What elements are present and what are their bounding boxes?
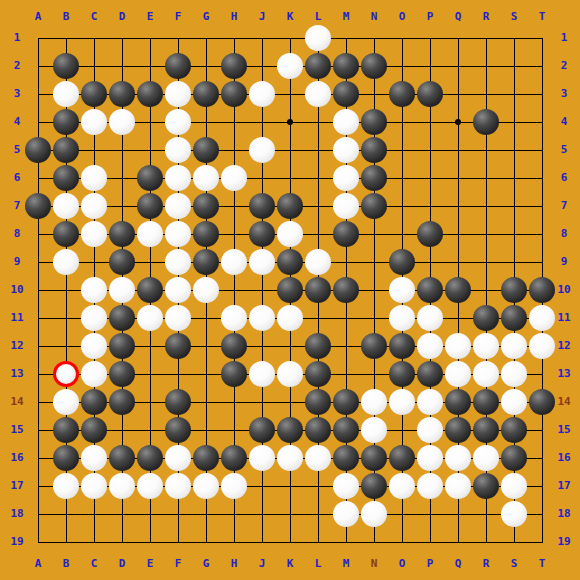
intersection-R11[interactable] (472, 304, 500, 332)
intersection-Q15[interactable] (444, 416, 472, 444)
intersection-K8[interactable] (276, 220, 304, 248)
intersection-P14[interactable] (416, 388, 444, 416)
intersection-H14[interactable] (220, 388, 248, 416)
intersection-S13[interactable] (500, 360, 528, 388)
intersection-R19[interactable] (472, 528, 500, 556)
intersection-C11[interactable] (80, 304, 108, 332)
intersection-G14[interactable] (192, 388, 220, 416)
intersection-K2[interactable] (276, 52, 304, 80)
intersection-R7[interactable] (472, 192, 500, 220)
intersection-C2[interactable] (80, 52, 108, 80)
intersection-T4[interactable] (528, 108, 556, 136)
intersection-J9[interactable] (248, 248, 276, 276)
intersection-S5[interactable] (500, 136, 528, 164)
intersection-A1[interactable] (24, 24, 52, 52)
intersection-F4[interactable] (164, 108, 192, 136)
intersection-D9[interactable] (108, 248, 136, 276)
intersection-P4[interactable] (416, 108, 444, 136)
intersection-Q9[interactable] (444, 248, 472, 276)
intersection-F6[interactable] (164, 164, 192, 192)
intersection-P6[interactable] (416, 164, 444, 192)
intersection-M19[interactable] (332, 528, 360, 556)
intersection-P13[interactable] (416, 360, 444, 388)
intersection-P1[interactable] (416, 24, 444, 52)
intersection-Q6[interactable] (444, 164, 472, 192)
intersection-Q19[interactable] (444, 528, 472, 556)
intersection-S14[interactable] (500, 388, 528, 416)
intersection-E5[interactable] (136, 136, 164, 164)
intersection-G3[interactable] (192, 80, 220, 108)
intersection-H19[interactable] (220, 528, 248, 556)
intersection-E4[interactable] (136, 108, 164, 136)
intersection-F10[interactable] (164, 276, 192, 304)
intersection-D4[interactable] (108, 108, 136, 136)
intersection-R15[interactable] (472, 416, 500, 444)
intersection-O13[interactable] (388, 360, 416, 388)
intersection-G5[interactable] (192, 136, 220, 164)
intersection-K3[interactable] (276, 80, 304, 108)
intersection-M1[interactable] (332, 24, 360, 52)
intersection-S7[interactable] (500, 192, 528, 220)
intersection-G4[interactable] (192, 108, 220, 136)
intersection-A16[interactable] (24, 444, 52, 472)
intersection-J11[interactable] (248, 304, 276, 332)
intersection-N10[interactable] (360, 276, 388, 304)
intersection-L2[interactable] (304, 52, 332, 80)
intersection-C19[interactable] (80, 528, 108, 556)
intersection-P16[interactable] (416, 444, 444, 472)
intersection-S9[interactable] (500, 248, 528, 276)
intersection-D14[interactable] (108, 388, 136, 416)
intersection-A6[interactable] (24, 164, 52, 192)
intersection-C10[interactable] (80, 276, 108, 304)
intersection-O9[interactable] (388, 248, 416, 276)
intersection-A13[interactable] (24, 360, 52, 388)
intersection-F1[interactable] (164, 24, 192, 52)
intersection-M6[interactable] (332, 164, 360, 192)
intersection-R14[interactable] (472, 388, 500, 416)
intersection-J18[interactable] (248, 500, 276, 528)
intersection-H16[interactable] (220, 444, 248, 472)
intersection-J16[interactable] (248, 444, 276, 472)
intersection-F16[interactable] (164, 444, 192, 472)
intersection-T8[interactable] (528, 220, 556, 248)
intersection-G1[interactable] (192, 24, 220, 52)
intersection-J14[interactable] (248, 388, 276, 416)
intersection-L8[interactable] (304, 220, 332, 248)
intersection-O12[interactable] (388, 332, 416, 360)
intersection-D17[interactable] (108, 472, 136, 500)
intersection-M3[interactable] (332, 80, 360, 108)
intersection-P2[interactable] (416, 52, 444, 80)
intersection-C9[interactable] (80, 248, 108, 276)
intersection-B11[interactable] (52, 304, 80, 332)
intersection-O5[interactable] (388, 136, 416, 164)
intersection-O11[interactable] (388, 304, 416, 332)
intersection-G13[interactable] (192, 360, 220, 388)
intersection-K12[interactable] (276, 332, 304, 360)
intersection-S3[interactable] (500, 80, 528, 108)
intersection-S6[interactable] (500, 164, 528, 192)
intersection-N14[interactable] (360, 388, 388, 416)
intersection-O14[interactable] (388, 388, 416, 416)
intersection-S11[interactable] (500, 304, 528, 332)
intersection-O3[interactable] (388, 80, 416, 108)
intersection-T17[interactable] (528, 472, 556, 500)
intersection-L3[interactable] (304, 80, 332, 108)
intersection-B19[interactable] (52, 528, 80, 556)
intersection-M16[interactable] (332, 444, 360, 472)
intersection-R12[interactable] (472, 332, 500, 360)
intersection-L6[interactable] (304, 164, 332, 192)
intersection-L16[interactable] (304, 444, 332, 472)
intersection-S1[interactable] (500, 24, 528, 52)
intersection-H4[interactable] (220, 108, 248, 136)
intersection-L5[interactable] (304, 136, 332, 164)
intersection-S17[interactable] (500, 472, 528, 500)
intersection-L11[interactable] (304, 304, 332, 332)
intersection-E9[interactable] (136, 248, 164, 276)
intersection-H3[interactable] (220, 80, 248, 108)
intersection-D19[interactable] (108, 528, 136, 556)
intersection-K6[interactable] (276, 164, 304, 192)
intersection-E16[interactable] (136, 444, 164, 472)
intersection-H9[interactable] (220, 248, 248, 276)
intersection-G9[interactable] (192, 248, 220, 276)
intersection-D11[interactable] (108, 304, 136, 332)
intersection-E7[interactable] (136, 192, 164, 220)
intersection-F7[interactable] (164, 192, 192, 220)
intersection-Q1[interactable] (444, 24, 472, 52)
intersection-P15[interactable] (416, 416, 444, 444)
intersection-N19[interactable] (360, 528, 388, 556)
intersection-R1[interactable] (472, 24, 500, 52)
intersection-R3[interactable] (472, 80, 500, 108)
intersection-H15[interactable] (220, 416, 248, 444)
intersection-T14[interactable] (528, 388, 556, 416)
intersection-D18[interactable] (108, 500, 136, 528)
intersection-T19[interactable] (528, 528, 556, 556)
intersection-D7[interactable] (108, 192, 136, 220)
intersection-K17[interactable] (276, 472, 304, 500)
intersection-T6[interactable] (528, 164, 556, 192)
intersection-E8[interactable] (136, 220, 164, 248)
intersection-K14[interactable] (276, 388, 304, 416)
intersection-D15[interactable] (108, 416, 136, 444)
intersection-H8[interactable] (220, 220, 248, 248)
intersection-M15[interactable] (332, 416, 360, 444)
intersection-B15[interactable] (52, 416, 80, 444)
intersection-O16[interactable] (388, 444, 416, 472)
intersection-R18[interactable] (472, 500, 500, 528)
intersection-E2[interactable] (136, 52, 164, 80)
intersection-P3[interactable] (416, 80, 444, 108)
intersection-E15[interactable] (136, 416, 164, 444)
intersection-F13[interactable] (164, 360, 192, 388)
intersection-M13[interactable] (332, 360, 360, 388)
intersection-K11[interactable] (276, 304, 304, 332)
intersection-N11[interactable] (360, 304, 388, 332)
intersection-L17[interactable] (304, 472, 332, 500)
intersection-P11[interactable] (416, 304, 444, 332)
intersection-B1[interactable] (52, 24, 80, 52)
intersection-N16[interactable] (360, 444, 388, 472)
intersection-P12[interactable] (416, 332, 444, 360)
intersection-C3[interactable] (80, 80, 108, 108)
intersection-D12[interactable] (108, 332, 136, 360)
intersection-Q8[interactable] (444, 220, 472, 248)
intersection-C1[interactable] (80, 24, 108, 52)
intersection-J8[interactable] (248, 220, 276, 248)
intersection-F8[interactable] (164, 220, 192, 248)
intersection-H2[interactable] (220, 52, 248, 80)
intersection-H1[interactable] (220, 24, 248, 52)
intersection-G18[interactable] (192, 500, 220, 528)
intersection-M11[interactable] (332, 304, 360, 332)
intersection-M18[interactable] (332, 500, 360, 528)
intersection-H6[interactable] (220, 164, 248, 192)
intersection-H10[interactable] (220, 276, 248, 304)
intersection-P9[interactable] (416, 248, 444, 276)
intersection-K19[interactable] (276, 528, 304, 556)
intersection-A12[interactable] (24, 332, 52, 360)
intersection-M9[interactable] (332, 248, 360, 276)
intersection-G16[interactable] (192, 444, 220, 472)
intersection-G11[interactable] (192, 304, 220, 332)
intersection-J7[interactable] (248, 192, 276, 220)
intersection-R16[interactable] (472, 444, 500, 472)
intersection-J17[interactable] (248, 472, 276, 500)
intersection-H5[interactable] (220, 136, 248, 164)
intersection-O1[interactable] (388, 24, 416, 52)
intersection-L13[interactable] (304, 360, 332, 388)
intersection-O17[interactable] (388, 472, 416, 500)
intersection-G19[interactable] (192, 528, 220, 556)
intersection-P18[interactable] (416, 500, 444, 528)
intersection-A7[interactable] (24, 192, 52, 220)
intersection-K9[interactable] (276, 248, 304, 276)
intersection-C5[interactable] (80, 136, 108, 164)
intersection-P8[interactable] (416, 220, 444, 248)
intersection-F11[interactable] (164, 304, 192, 332)
intersection-O8[interactable] (388, 220, 416, 248)
intersection-D5[interactable] (108, 136, 136, 164)
intersection-B12[interactable] (52, 332, 80, 360)
intersection-J5[interactable] (248, 136, 276, 164)
intersection-B2[interactable] (52, 52, 80, 80)
intersection-R4[interactable] (472, 108, 500, 136)
intersection-N4[interactable] (360, 108, 388, 136)
intersection-N3[interactable] (360, 80, 388, 108)
intersection-M2[interactable] (332, 52, 360, 80)
intersection-S2[interactable] (500, 52, 528, 80)
intersection-T18[interactable] (528, 500, 556, 528)
intersection-Q17[interactable] (444, 472, 472, 500)
intersection-C13[interactable] (80, 360, 108, 388)
intersection-F9[interactable] (164, 248, 192, 276)
intersection-P17[interactable] (416, 472, 444, 500)
intersection-E3[interactable] (136, 80, 164, 108)
intersection-A11[interactable] (24, 304, 52, 332)
intersection-T16[interactable] (528, 444, 556, 472)
intersection-J12[interactable] (248, 332, 276, 360)
intersection-A14[interactable] (24, 388, 52, 416)
intersection-R8[interactable] (472, 220, 500, 248)
intersection-H17[interactable] (220, 472, 248, 500)
intersection-S16[interactable] (500, 444, 528, 472)
intersection-F17[interactable] (164, 472, 192, 500)
intersection-L12[interactable] (304, 332, 332, 360)
intersection-N6[interactable] (360, 164, 388, 192)
intersection-Q11[interactable] (444, 304, 472, 332)
intersection-A10[interactable] (24, 276, 52, 304)
intersection-M7[interactable] (332, 192, 360, 220)
intersection-G7[interactable] (192, 192, 220, 220)
intersection-J4[interactable] (248, 108, 276, 136)
intersection-K16[interactable] (276, 444, 304, 472)
intersection-P10[interactable] (416, 276, 444, 304)
intersection-J13[interactable] (248, 360, 276, 388)
intersection-L18[interactable] (304, 500, 332, 528)
intersection-B7[interactable] (52, 192, 80, 220)
intersection-R2[interactable] (472, 52, 500, 80)
intersection-L1[interactable] (304, 24, 332, 52)
intersection-T7[interactable] (528, 192, 556, 220)
intersection-K4[interactable] (276, 108, 304, 136)
intersection-H11[interactable] (220, 304, 248, 332)
intersection-T15[interactable] (528, 416, 556, 444)
intersection-F12[interactable] (164, 332, 192, 360)
intersection-B18[interactable] (52, 500, 80, 528)
intersection-C14[interactable] (80, 388, 108, 416)
intersection-D1[interactable] (108, 24, 136, 52)
intersection-L7[interactable] (304, 192, 332, 220)
intersection-S4[interactable] (500, 108, 528, 136)
intersection-E13[interactable] (136, 360, 164, 388)
intersection-K15[interactable] (276, 416, 304, 444)
intersection-B9[interactable] (52, 248, 80, 276)
intersection-S8[interactable] (500, 220, 528, 248)
intersection-M5[interactable] (332, 136, 360, 164)
intersection-O4[interactable] (388, 108, 416, 136)
intersection-E18[interactable] (136, 500, 164, 528)
intersection-C16[interactable] (80, 444, 108, 472)
intersection-M12[interactable] (332, 332, 360, 360)
intersection-L10[interactable] (304, 276, 332, 304)
intersection-A4[interactable] (24, 108, 52, 136)
intersection-C18[interactable] (80, 500, 108, 528)
intersection-B3[interactable] (52, 80, 80, 108)
intersection-C7[interactable] (80, 192, 108, 220)
intersection-K18[interactable] (276, 500, 304, 528)
intersection-G2[interactable] (192, 52, 220, 80)
intersection-T10[interactable] (528, 276, 556, 304)
intersection-E10[interactable] (136, 276, 164, 304)
intersection-P7[interactable] (416, 192, 444, 220)
intersection-Q10[interactable] (444, 276, 472, 304)
intersection-B13[interactable] (52, 360, 80, 388)
intersection-N9[interactable] (360, 248, 388, 276)
intersection-B17[interactable] (52, 472, 80, 500)
intersection-J3[interactable] (248, 80, 276, 108)
intersection-T1[interactable] (528, 24, 556, 52)
intersection-Q13[interactable] (444, 360, 472, 388)
intersection-S18[interactable] (500, 500, 528, 528)
intersection-E14[interactable] (136, 388, 164, 416)
intersection-F3[interactable] (164, 80, 192, 108)
intersection-Q18[interactable] (444, 500, 472, 528)
intersection-D10[interactable] (108, 276, 136, 304)
intersection-T12[interactable] (528, 332, 556, 360)
intersection-M10[interactable] (332, 276, 360, 304)
intersection-A5[interactable] (24, 136, 52, 164)
intersection-O10[interactable] (388, 276, 416, 304)
intersection-A2[interactable] (24, 52, 52, 80)
intersection-H7[interactable] (220, 192, 248, 220)
intersection-C12[interactable] (80, 332, 108, 360)
intersection-F18[interactable] (164, 500, 192, 528)
intersection-Q4[interactable] (444, 108, 472, 136)
intersection-Q7[interactable] (444, 192, 472, 220)
intersection-F2[interactable] (164, 52, 192, 80)
intersection-J6[interactable] (248, 164, 276, 192)
intersection-K1[interactable] (276, 24, 304, 52)
intersection-R9[interactable] (472, 248, 500, 276)
intersection-G10[interactable] (192, 276, 220, 304)
intersection-T2[interactable] (528, 52, 556, 80)
intersection-F5[interactable] (164, 136, 192, 164)
intersection-L19[interactable] (304, 528, 332, 556)
intersection-G6[interactable] (192, 164, 220, 192)
intersection-R10[interactable] (472, 276, 500, 304)
intersection-K10[interactable] (276, 276, 304, 304)
intersection-O7[interactable] (388, 192, 416, 220)
intersection-B4[interactable] (52, 108, 80, 136)
intersection-D6[interactable] (108, 164, 136, 192)
intersection-Q2[interactable] (444, 52, 472, 80)
intersection-B6[interactable] (52, 164, 80, 192)
intersection-N1[interactable] (360, 24, 388, 52)
intersection-E12[interactable] (136, 332, 164, 360)
intersection-R13[interactable] (472, 360, 500, 388)
intersection-N8[interactable] (360, 220, 388, 248)
intersection-D2[interactable] (108, 52, 136, 80)
intersection-N5[interactable] (360, 136, 388, 164)
intersection-B16[interactable] (52, 444, 80, 472)
intersection-Q12[interactable] (444, 332, 472, 360)
intersection-S15[interactable] (500, 416, 528, 444)
intersection-Q16[interactable] (444, 444, 472, 472)
intersection-O2[interactable] (388, 52, 416, 80)
intersection-T11[interactable] (528, 304, 556, 332)
intersection-C17[interactable] (80, 472, 108, 500)
intersection-J10[interactable] (248, 276, 276, 304)
intersection-R17[interactable] (472, 472, 500, 500)
intersection-O15[interactable] (388, 416, 416, 444)
intersection-R6[interactable] (472, 164, 500, 192)
intersection-J2[interactable] (248, 52, 276, 80)
intersection-E6[interactable] (136, 164, 164, 192)
intersection-K13[interactable] (276, 360, 304, 388)
intersection-L14[interactable] (304, 388, 332, 416)
intersection-T3[interactable] (528, 80, 556, 108)
intersection-N17[interactable] (360, 472, 388, 500)
intersection-A15[interactable] (24, 416, 52, 444)
intersection-J1[interactable] (248, 24, 276, 52)
intersection-E1[interactable] (136, 24, 164, 52)
intersection-A17[interactable] (24, 472, 52, 500)
intersection-G17[interactable] (192, 472, 220, 500)
